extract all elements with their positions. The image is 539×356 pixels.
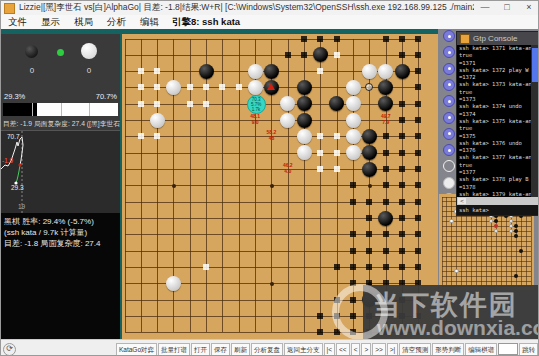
menu-显示[interactable]: 显示 [34,16,67,29]
mini-grid-hline [442,246,531,247]
ownership-white [138,133,144,139]
toolbar-button-分析复盘[interactable]: 分析复盘 [251,343,283,356]
console-hscrollbar[interactable]: < [457,197,539,205]
white-stone [150,113,165,128]
move-circle-purple[interactable] [443,95,455,107]
window-title: Lizzie|[黑]李世石 vs[白]AlphaGo| 目差: -1.8|结果:… [19,2,474,14]
info-line: (ssh kata / 9.7k 计算量) [1,227,120,238]
ownership-white [334,150,340,156]
ownership-black [317,36,323,42]
ownership-black [366,248,372,254]
score-complexity-line: 目差: -1.9 局面复杂度: 27.4 ([黑]李世石 [3,119,120,129]
console-scrollbar[interactable] [531,45,539,197]
jump-button[interactable]: 跳转 [519,343,538,356]
winrate-labels: 29.3% 70.7% [1,92,120,102]
ownership-white [317,150,323,156]
toolbar-button-<[interactable]: < [351,343,361,356]
white-winrate-label: 70.7% [96,92,117,101]
ownership-black [399,264,405,270]
black-stone [378,96,393,111]
ownership-black [415,117,421,123]
white-stone [280,113,295,128]
ownership-white [236,84,242,90]
black-winrate-label: 29.3% [4,92,25,101]
winrate-bar [3,103,118,116]
toolbar-button->|[interactable]: >| [387,343,398,356]
white-captures: 0 [82,66,96,75]
black-stone [362,162,377,177]
analysis-panel: 0 0 29.3% 70.7% 目差: -1.9 局面复杂度: 27.4 ([黑… [1,34,120,339]
ownership-white [154,68,160,74]
menu-编辑[interactable]: 编辑 [133,16,166,29]
ownership-black [415,215,421,221]
star-point [172,184,176,188]
ownership-white [317,133,323,139]
ownership-black [399,36,405,42]
ownership-black [366,231,372,237]
black-stone [297,96,312,111]
move-circle-purple[interactable] [443,46,455,58]
console-prompt[interactable]: ssh kata> [457,205,539,215]
ownership-black [399,166,405,172]
ownership-black [383,199,389,205]
ownership-black [399,182,405,188]
ownership-black [415,84,421,90]
close-button[interactable]: × [518,1,539,15]
white-stone [346,80,361,95]
ownership-black [415,52,421,58]
toolbar-button-批量打谱[interactable]: 批量打谱 [158,343,190,356]
console-log[interactable]: ssh kata> 1371 kata-ana true =1371 ssh k… [457,45,533,197]
ownership-black [399,215,405,221]
ownership-black [334,36,340,42]
ownership-black [301,36,307,42]
mini-grid-hline [442,266,531,267]
ownership-black [301,52,307,58]
move-number-input[interactable] [498,343,518,355]
grid-vline [288,39,289,333]
mini-white-stone [509,224,513,228]
grid-vline [337,39,338,333]
move-circle-purple[interactable] [443,63,455,75]
ownership-white [317,68,323,74]
ownership-black [350,231,356,237]
white-capture-icon [81,43,97,59]
minimize-button[interactable]: — [474,1,496,15]
mini-red-stone [494,224,498,228]
winrate-graph[interactable]: 70.7 -1.9 29.3 19 [1,130,120,213]
menu-bar: 文件显示棋局分析编辑 引擎8: ssh kata [1,15,539,30]
engine-info-panel: 黑棋 胜率: 29.4% (-5.7%)(ssh kata / 9.7k 计算量… [1,213,120,342]
candidate-move-suggestion: 48.19.0 [246,114,264,126]
ownership-white [138,84,144,90]
toolbar-button-编辑棋谱[interactable]: 编辑棋谱 [465,343,497,356]
black-stone [297,113,312,128]
move-circle-white[interactable] [443,177,455,189]
menu-分析[interactable]: 分析 [100,16,133,29]
menu-文件[interactable]: 文件 [1,16,34,29]
ownership-black [334,264,340,270]
ownership-black [383,264,389,270]
white-stone [346,96,361,111]
move-circle-purple[interactable] [443,128,455,140]
grid-vline [320,39,321,333]
toolbar-button-形势判断[interactable]: 形势判断 [432,343,464,356]
ownership-black [383,182,389,188]
watermark-url: www.downxia.com [377,316,539,340]
engine-status-label[interactable]: 引擎8: ssh kata [166,16,246,29]
mini-white-stone [509,219,513,223]
ownership-black [285,52,291,58]
ownership-black [415,182,421,188]
console-icon [460,34,470,44]
app-icon [4,3,15,14]
toolbar-button-返回主分支[interactable]: 返回主分支 [284,343,323,356]
white-stone [346,113,361,128]
ownership-black [399,117,405,123]
lizzie-window: { "window": { "title": "Lizzie|[黑]李世石 vs… [0,0,539,356]
mini-black-stone [519,249,523,253]
star-point [270,282,274,286]
mini-black-stone [494,219,498,223]
ownership-white [187,101,193,107]
white-stone [346,129,361,144]
grid-hline [125,234,419,235]
toolbar-button-KataGo对弈[interactable]: KataGo对弈 [116,343,157,356]
ownership-black [415,199,421,205]
ownership-black [383,231,389,237]
mini-white-stone [489,219,493,223]
bottom-toolbar: ⟳ KataGo对弈批量打谱打开保存刷新分析复盘返回主分支|<<<<>>>>|清… [1,339,539,356]
last-move-triangle [267,83,275,90]
graph-peak-label: 70.7 [7,133,20,140]
toolbar-button-保存[interactable]: 保存 [211,343,230,356]
ownership-white [154,84,160,90]
next-move-circle-marker [365,83,373,91]
ownership-black [415,150,421,156]
white-stone [362,64,377,79]
gtp-console-window: Gtp Console ssh kata> 1371 kata-ana true… [456,31,539,216]
ownership-black [383,248,389,254]
grid-hline [125,202,419,203]
ownership-white [154,133,160,139]
black-stone [395,64,410,79]
ownership-white [219,84,225,90]
mini-white-stone [509,229,513,233]
move-circle-purple[interactable] [443,144,455,156]
white-stone [248,80,263,95]
toolbar-button-打开[interactable]: 打开 [191,343,210,356]
toolbar-button-|<[interactable]: |< [324,343,335,356]
toolbar-button-清空预测[interactable]: 清空预测 [399,343,431,356]
ownership-black [415,166,421,172]
ownership-black [366,215,372,221]
black-stone [264,64,279,79]
engine-ready-dot [57,49,64,56]
title-bar: Lizzie|[黑]李世石 vs[白]AlphaGo| 目差: -1.8|结果:… [1,1,539,15]
white-stone [297,145,312,160]
ownership-white [334,133,340,139]
mini-black-stone [514,274,518,278]
ownership-white [154,101,160,107]
black-stone [329,96,344,111]
ownership-black [399,52,405,58]
star-point [270,184,274,188]
ownership-black [383,166,389,172]
ownership-black [366,199,372,205]
ownership-white [334,52,340,58]
ownership-black [399,150,405,156]
mini-grid-hline [442,251,531,252]
candidate-move-suggestion: 46.24.0 [279,163,297,175]
candidate-move-suggestion: 58.248 [262,130,280,142]
ownership-black [350,248,356,254]
candidate-move-suggestion: 49.77.9 [377,114,395,126]
console-scroll-thumb[interactable] [532,48,538,82]
ownership-black [415,68,421,74]
ownership-black [415,36,421,42]
info-line: 黑棋 胜率: 29.4% (-5.7%) [1,216,120,227]
ownership-white [203,101,209,107]
move-circle-purple[interactable] [443,30,455,42]
console-title-bar[interactable]: Gtp Console [457,32,539,45]
info-line: 目差: -1.8 局面复杂度: 27.4 [1,238,120,249]
toolbar-button-刷新[interactable]: 刷新 [231,343,250,356]
mini-white-stone [494,229,498,233]
ownership-black [317,329,323,335]
toolbar-button->[interactable]: > [361,343,371,356]
mini-black-stone [514,234,518,238]
mini-white-stone [449,219,453,223]
mini-black-stone [514,224,518,228]
ownership-white [138,101,144,107]
ownership-black [415,101,421,107]
white-stone [378,64,393,79]
black-captures: 0 [25,66,39,75]
ownership-black [415,264,421,270]
ownership-black [415,231,421,237]
scroll-left-arrow[interactable]: < [458,198,466,204]
white-stone [346,145,361,160]
ownership-black [399,101,405,107]
best-move-suggestion: 70.35.7%1.7k [247,95,266,114]
grid-hline [125,218,419,219]
white-stone [166,80,181,95]
star-point [368,184,372,188]
grid-hline [125,267,419,268]
black-stone [297,80,312,95]
captures-area: 0 0 [1,36,120,88]
move-circle-current[interactable] [443,160,455,172]
toolbar-button->>[interactable]: >> [372,343,386,356]
ownership-white [203,264,209,270]
ownership-black [383,133,389,139]
ownership-black [350,199,356,205]
ownership-white [203,84,209,90]
black-stone [313,47,328,62]
toolbar-button-<<[interactable]: << [336,343,350,356]
black-stone [362,145,377,160]
ownership-black [399,248,405,254]
black-stone [378,80,393,95]
menu-棋局[interactable]: 棋局 [67,16,100,29]
white-stone [166,276,181,291]
mini-grid-hline [442,281,531,282]
ownership-white [317,166,323,172]
move-circle-purple[interactable] [443,112,455,124]
console-title: Gtp Console [473,34,517,43]
black-stone [199,64,214,79]
mini-white-stone [454,269,458,273]
ownership-black [383,150,389,156]
black-stone [378,211,393,226]
ownership-black [366,264,372,270]
ownership-white [138,68,144,74]
graph-end-label: 29.3 [11,184,24,191]
maximize-button[interactable]: □ [496,1,518,15]
ownership-black [350,182,356,188]
ownership-black [317,313,323,319]
white-stone [280,96,295,111]
ownership-black [415,133,421,139]
white-stone [297,129,312,144]
ownership-black [399,133,405,139]
ownership-black [399,199,405,205]
white-stone [248,64,263,79]
mini-grid-hline [442,256,531,257]
mini-black-stone [514,229,518,233]
ownership-black [399,231,405,237]
grid-hline [125,251,419,252]
mini-grid-hline [442,241,531,242]
ownership-white [187,84,193,90]
ownership-white [334,166,340,172]
black-stone [362,129,377,144]
graph-axis-label: 19 [18,203,25,210]
ownership-black [415,248,421,254]
graph-score-label: -1.9 [2,157,13,164]
ownership-black [350,264,356,270]
mini-grid-hline [442,261,531,262]
move-circle-purple[interactable] [443,79,455,91]
black-capture-icon [25,45,38,58]
refresh-icon[interactable]: ⟳ [3,343,16,356]
ownership-black [383,36,389,42]
